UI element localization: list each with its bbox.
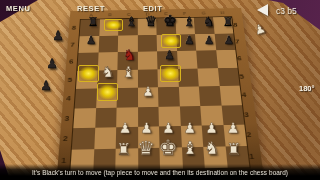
piece-black-pawn-g7[interactable]: ♟ (204, 35, 214, 46)
piece-white-rook-c1[interactable]: ♜ (117, 142, 132, 159)
square-b7[interactable] (98, 35, 118, 52)
coordinate-label-4: 4 (241, 92, 246, 99)
highlight-e5[interactable] (160, 65, 181, 82)
piece-white-bishop-f1[interactable]: ♝ (182, 140, 198, 158)
coordinate-label-2: 2 (246, 131, 252, 139)
square-c4[interactable] (117, 88, 138, 108)
square-d7[interactable] (137, 35, 157, 52)
square-a3[interactable] (73, 108, 95, 129)
reset-button[interactable]: RESET (77, 4, 105, 13)
menu-button[interactable]: MENU (6, 4, 30, 13)
square-b2[interactable] (94, 127, 116, 148)
captured-black-pawn-2: ♟ (46, 57, 58, 70)
square-h6[interactable] (216, 50, 238, 68)
piece-white-knight-g1[interactable]: ♞ (204, 140, 220, 158)
piece-white-pawn-f2[interactable]: ♟ (184, 121, 197, 135)
captured-black-pawn-1: ♟ (52, 29, 64, 42)
square-g6[interactable] (196, 50, 217, 68)
piece-white-knight-b5[interactable]: ♞ (101, 65, 114, 80)
piece-black-queen-d8[interactable]: ♛ (145, 15, 157, 29)
square-a2[interactable] (72, 128, 95, 149)
coordinate-label-3: 3 (64, 115, 69, 123)
highlight-a5[interactable] (78, 65, 99, 82)
piece-black-pawn-h7[interactable]: ♟ (224, 35, 234, 46)
square-h4[interactable] (219, 86, 242, 105)
piece-white-pawn-d2[interactable]: ♟ (140, 121, 153, 135)
square-a4[interactable] (75, 88, 97, 108)
piece-black-pawn-a7[interactable]: ♟ (86, 35, 96, 46)
highlight-b8[interactable] (104, 19, 123, 31)
coordinate-label-6: 6 (237, 55, 242, 62)
piece-white-king-e1[interactable]: ♚ (159, 137, 178, 158)
last-move-text: c3 b5 (276, 6, 297, 16)
square-g4[interactable] (199, 86, 221, 106)
square-h5[interactable] (217, 67, 239, 86)
coordinate-label-7: 7 (70, 41, 75, 47)
coordinate-label-8: 8 (72, 25, 77, 31)
coordinate-label-5: 5 (239, 73, 244, 80)
piece-white-pawn-e2[interactable]: ♟ (162, 121, 175, 135)
edit-button[interactable]: EDIT (143, 4, 162, 13)
piece-white-bishop-c5[interactable]: ♝ (122, 65, 135, 80)
piece-white-pawn-g2[interactable]: ♟ (205, 121, 218, 135)
game-screen: 88AA77BB66CC55DD44EE33FF22GG11HH ♜♝♛♚♝♞♜… (0, 0, 320, 180)
square-f4[interactable] (178, 86, 200, 106)
piece-black-rook-a8[interactable]: ♜ (88, 17, 99, 29)
undo-move-icon[interactable] (257, 4, 268, 16)
coordinate-label-7: 7 (235, 38, 240, 44)
piece-black-pawn-f7[interactable]: ♟ (185, 35, 195, 46)
square-d6[interactable] (137, 51, 157, 69)
square-e4[interactable] (158, 87, 179, 107)
captured-black-pawn-3: ♟ (40, 79, 52, 92)
piece-black-pawn-e6[interactable]: ♟ (164, 50, 174, 62)
piece-white-queen-d1[interactable]: ♛ (137, 139, 154, 159)
status-text: It's Black's turn to move (tap piece to … (0, 169, 320, 176)
coordinate-label-B: B (108, 13, 112, 17)
rotate-board-button[interactable]: 180° (299, 84, 315, 93)
piece-white-pawn-c2[interactable]: ♟ (119, 121, 132, 135)
coordinate-label-4: 4 (66, 95, 71, 102)
piece-white-pawn-h2[interactable]: ♟ (227, 121, 240, 135)
highlight-e7[interactable] (161, 34, 181, 48)
coordinate-label-3: 3 (244, 111, 249, 119)
coordinate-label-5: 5 (67, 76, 72, 83)
square-g5[interactable] (197, 68, 219, 87)
piece-black-knight-c6[interactable]: ♞ (123, 48, 136, 62)
piece-black-knight-g8[interactable]: ♞ (203, 16, 214, 29)
piece-black-bishop-c8[interactable]: ♝ (126, 16, 137, 29)
coordinate-label-6: 6 (69, 59, 74, 66)
square-b3[interactable] (95, 107, 117, 127)
piece-white-rook-h1[interactable]: ♜ (227, 142, 242, 159)
coordinate-label-2: 2 (63, 135, 68, 143)
piece-black-king-e8[interactable]: ♚ (163, 14, 177, 29)
piece-black-bishop-f8[interactable]: ♝ (184, 16, 195, 29)
piece-black-rook-h8[interactable]: ♜ (223, 17, 234, 29)
coordinate-label-1: 1 (249, 152, 255, 160)
highlight-b4[interactable] (97, 83, 119, 101)
piece-white-pawn-d4[interactable]: ♟ (142, 86, 154, 99)
